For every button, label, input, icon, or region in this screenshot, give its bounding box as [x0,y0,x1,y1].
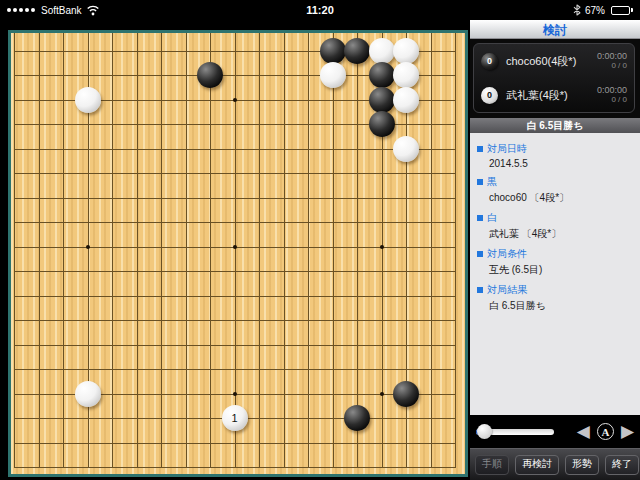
grid-line [14,33,15,468]
star-point [233,392,237,396]
black-stone-badge: 0 [481,53,498,70]
info-label-black: 黒 [477,175,633,189]
grid-line [259,33,260,468]
go-stone-white-R17 [393,62,419,88]
go-stone-black-Q17 [369,62,395,88]
moves-button[interactable]: 手順 [475,455,509,475]
info-label-result: 対局結果 [477,283,633,297]
playback-bar: ◀ A ▶ [470,415,640,448]
white-player-name: 武礼葉(4段*) [506,88,589,103]
move-slider[interactable] [476,424,554,439]
star-point [233,245,237,249]
info-value-black: choco60 〔4段*〕 [477,191,633,205]
player-row-black: 0 choco60(4段*) 0:00:00 0 / 0 [474,44,634,78]
review-sidebar: 検討 0 choco60(4段*) 0:00:00 0 / 0 0 武礼葉(4段… [470,20,640,480]
bluetooth-icon [573,4,581,16]
battery-icon [611,6,633,15]
go-stone-black-Q15 [369,111,395,137]
signal-strength-icon [7,8,35,12]
bottom-button-bar: 手順 再検討 形勢 終了 [470,448,640,480]
prev-move-button[interactable]: ◀ [577,423,590,440]
go-stone-white-K3: 1 [222,405,248,431]
star-point [233,98,237,102]
position-estimate-button[interactable]: 形勢 [565,455,599,475]
go-stone-black-Q16 [369,87,395,113]
grid-line [14,345,456,346]
info-value-conditions: 互先 (6.5目) [477,263,633,277]
next-move-button[interactable]: ▶ [621,423,634,440]
black-player-time: 0:00:00 0 / 0 [597,51,627,71]
grid-line [112,33,113,468]
white-stone-badge: 0 [481,87,498,104]
wifi-icon [86,5,100,16]
re-review-button[interactable]: 再検討 [515,455,559,475]
star-point [86,245,90,249]
status-right: 67% [573,4,633,16]
info-value-white: 武礼葉 〔4段*〕 [477,227,633,241]
grid-line [14,296,456,297]
slider-handle[interactable] [477,424,492,439]
carrier-label: SoftBank [41,5,82,16]
go-board-frame: 1 [8,30,468,477]
end-button[interactable]: 終了 [605,455,639,475]
go-stone-black-J17 [197,62,223,88]
page-title: 検討 [543,23,567,37]
go-stone-white-R16 [393,87,419,113]
grid-line [14,467,456,468]
white-player-time: 0:00:00 0 / 0 [597,85,627,105]
info-label-conditions: 対局条件 [477,247,633,261]
grid-line [137,33,138,468]
star-point [380,392,384,396]
grid-line [357,33,358,468]
grid-line [186,33,187,468]
grid-line [14,443,456,444]
status-bar: SoftBank 11:20 67% [0,0,640,20]
go-stone-white-R18 [393,38,419,64]
players-panel: 0 choco60(4段*) 0:00:00 0 / 0 0 武礼葉(4段*) … [470,39,640,118]
go-stone-white-D4 [75,381,101,407]
result-banner: 白 6.5目勝ち [470,118,640,133]
battery-percent-label: 67% [585,5,605,16]
go-stone-white-Q18 [369,38,395,64]
go-stone-white-D16 [75,87,101,113]
grid-line [455,33,456,468]
player-row-white: 0 武礼葉(4段*) 0:00:00 0 / 0 [474,78,634,112]
go-stone-black-P18 [344,38,370,64]
go-stone-black-O18 [320,38,346,64]
move-number-label: 1 [231,412,237,424]
go-stone-white-R14 [393,136,419,162]
grid-line [14,369,456,370]
grid-line [14,271,456,272]
sidebar-title-bar: 検討 [470,20,640,39]
grid-line [63,33,64,468]
grid-line [14,320,456,321]
info-value-result: 白 6.5目勝ち [477,299,633,313]
grid-line [333,33,334,468]
grid-line [161,33,162,468]
grid-line [210,33,211,468]
info-label-white: 白 [477,211,633,225]
go-stone-black-P3 [344,405,370,431]
grid-line [308,33,309,468]
grid-line [39,33,40,468]
info-label-date: 対局日時 [477,142,633,156]
go-board[interactable]: 1 [11,33,465,474]
black-player-name: choco60(4段*) [506,54,589,69]
status-left: SoftBank [7,5,100,16]
game-info-list: 対局日時 2014.5.5 黒 choco60 〔4段*〕 白 武礼葉 〔4段*… [470,133,640,415]
star-point [380,245,384,249]
info-value-date: 2014.5.5 [477,158,633,169]
go-stone-black-R4 [393,381,419,407]
go-stone-white-O17 [320,62,346,88]
grid-line [431,33,432,468]
auto-play-button[interactable]: A [597,423,614,440]
grid-line [284,33,285,468]
players-card: 0 choco60(4段*) 0:00:00 0 / 0 0 武礼葉(4段*) … [473,43,635,113]
